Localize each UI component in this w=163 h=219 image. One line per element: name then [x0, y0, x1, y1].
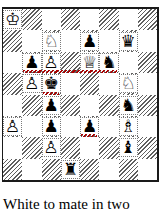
piece-white-queen: ♕: [80, 53, 99, 72]
piece-black-pawn: ♟: [42, 96, 61, 115]
square-g5: ♘: [119, 73, 138, 94]
square-h4: [138, 95, 157, 116]
piece-white-pawn: ♙: [3, 117, 22, 136]
square-d3: [61, 116, 80, 137]
square-c7: ♘: [42, 30, 61, 51]
square-c8: [42, 9, 61, 30]
square-h5: [138, 73, 157, 94]
square-e3: ♟: [80, 116, 99, 137]
piece-white-knight: ♘: [42, 32, 61, 51]
square-b6: ♟: [22, 52, 41, 73]
piece-black-pawn: ♟: [22, 53, 41, 72]
square-f7: [99, 30, 118, 51]
square-e4: [80, 95, 99, 116]
square-g6: [119, 52, 138, 73]
piece-black-king: ♚: [42, 74, 61, 93]
square-e1: [80, 159, 99, 180]
piece-black-queen: ♛: [119, 32, 138, 51]
piece-white-knight: ♘: [119, 74, 138, 93]
chess-board-frame: ♔♘♟♛♟♙♕♞♙♚♘♟♞♙♟♟♗♙♝♜: [2, 7, 159, 182]
square-g7: ♛: [119, 30, 138, 51]
square-d5: [61, 73, 80, 94]
square-e8: [80, 9, 99, 30]
square-a3: ♙: [3, 116, 22, 137]
square-h2: [138, 137, 157, 158]
square-h1: [138, 159, 157, 180]
square-b8: [22, 9, 41, 30]
square-a4: [3, 95, 22, 116]
square-e5: [80, 73, 99, 94]
piece-black-rook: ♜: [61, 160, 80, 179]
square-e7: ♟: [80, 30, 99, 51]
square-c2: ♙: [42, 137, 61, 158]
square-h7: [138, 30, 157, 51]
square-e2: [80, 137, 99, 158]
square-d1: ♜: [61, 159, 80, 180]
square-f1: [99, 159, 118, 180]
piece-white-bishop: ♗: [119, 117, 138, 136]
chess-board: ♔♘♟♛♟♙♕♞♙♚♘♟♞♙♟♟♗♙♝♜: [3, 9, 157, 180]
square-h8: [138, 9, 157, 30]
square-e6: ♕: [80, 52, 99, 73]
square-g2: ♝: [119, 137, 138, 158]
square-g4: ♞: [119, 95, 138, 116]
piece-black-pawn: ♟: [42, 117, 61, 136]
square-g8: [119, 9, 138, 30]
square-d8: [61, 9, 80, 30]
square-a2: [3, 137, 22, 158]
square-f6: ♞: [99, 52, 118, 73]
square-g3: ♗: [119, 116, 138, 137]
piece-white-pawn: ♙: [42, 53, 61, 72]
square-c4: ♟: [42, 95, 61, 116]
square-f8: [99, 9, 118, 30]
square-f3: [99, 116, 118, 137]
square-d6: [61, 52, 80, 73]
square-d7: [61, 30, 80, 51]
piece-black-pawn: ♟: [80, 117, 99, 136]
piece-black-bishop: ♝: [119, 138, 138, 157]
square-a5: [3, 73, 22, 94]
square-b5: ♙: [22, 73, 41, 94]
caption: White to mate in two: [3, 196, 161, 213]
piece-black-pawn: ♟: [80, 32, 99, 51]
square-a6: [3, 52, 22, 73]
square-h3: [138, 116, 157, 137]
piece-black-knight: ♞: [119, 96, 138, 115]
square-c1: [42, 159, 61, 180]
square-b7: [22, 30, 41, 51]
square-d2: [61, 137, 80, 158]
square-a7: [3, 30, 22, 51]
square-c5: ♚: [42, 73, 61, 94]
square-f5: [99, 73, 118, 94]
square-c3: ♟: [42, 116, 61, 137]
piece-black-knight: ♞: [99, 53, 118, 72]
piece-white-pawn: ♙: [42, 138, 61, 157]
square-b4: [22, 95, 41, 116]
piece-white-king: ♔: [3, 10, 22, 29]
square-a1: [3, 159, 22, 180]
square-h6: [138, 52, 157, 73]
square-f4: [99, 95, 118, 116]
square-g1: [119, 159, 138, 180]
square-b3: [22, 116, 41, 137]
square-b1: [22, 159, 41, 180]
square-f2: [99, 137, 118, 158]
square-a8: ♔: [3, 9, 22, 30]
square-b2: [22, 137, 41, 158]
square-d4: [61, 95, 80, 116]
piece-white-pawn: ♙: [22, 74, 41, 93]
square-c6: ♙: [42, 52, 61, 73]
